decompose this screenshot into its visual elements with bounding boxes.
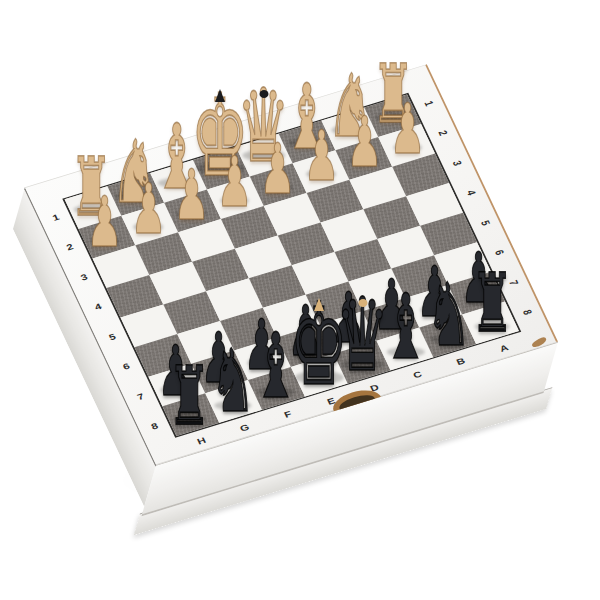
- white-queen-black-ball: [259, 90, 268, 98]
- rank-label-right-4: 4: [464, 189, 477, 197]
- rank-label-left-7: 7: [136, 392, 146, 402]
- file-label-f: F: [283, 410, 294, 420]
- rank-label-right-8: 8: [521, 309, 534, 317]
- rank-label-right-3: 3: [450, 159, 463, 167]
- rank-label-left-4: 4: [94, 302, 104, 312]
- white-king-black-finial: [215, 89, 225, 102]
- file-label-b: B: [455, 357, 467, 367]
- rank-label-right-7: 7: [507, 279, 520, 287]
- rank-label-right-5: 5: [478, 219, 491, 227]
- file-label-c: C: [412, 370, 424, 380]
- file-label-h: H: [196, 436, 208, 446]
- rank-label-right-1: 1: [422, 100, 435, 108]
- file-label-a: A: [499, 343, 511, 353]
- rank-label-left-3: 3: [79, 273, 89, 283]
- rank-label-left-8: 8: [150, 422, 160, 432]
- rank-label-right-6: 6: [493, 249, 506, 257]
- file-label-g: G: [239, 423, 252, 433]
- rank-label-left-1: 1: [51, 213, 61, 223]
- rank-label-right-2: 2: [436, 130, 449, 138]
- rank-label-left-5: 5: [108, 332, 118, 342]
- rank-label-left-2: 2: [65, 243, 75, 253]
- chess-set-product-photo: 1122334455667788HGFEDCBA ♜♞♝♛♚♝♞♜♟♟♟♟♟♟♟…: [0, 0, 600, 600]
- rank-label-left-6: 6: [122, 362, 132, 372]
